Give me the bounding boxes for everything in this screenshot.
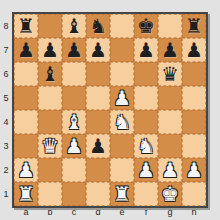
square-f3[interactable]: ♞ <box>134 134 158 158</box>
square-g3[interactable] <box>158 134 182 158</box>
square-a4[interactable] <box>14 110 38 134</box>
square-b1[interactable] <box>38 182 62 206</box>
piece-black-pawn[interactable]: ♟ <box>17 38 35 62</box>
rank-label-5: 5 <box>0 86 12 110</box>
piece-black-pawn[interactable]: ♟ <box>137 38 155 62</box>
piece-black-pawn[interactable]: ♟ <box>161 38 179 62</box>
square-b8[interactable] <box>38 14 62 38</box>
square-g2[interactable]: ♟ <box>158 158 182 182</box>
piece-white-knight[interactable]: ♞ <box>137 134 155 158</box>
square-e7[interactable] <box>110 38 134 62</box>
rank-labels: 87654321 <box>0 14 12 206</box>
square-c8[interactable]: ♝ <box>62 14 86 38</box>
square-e6[interactable] <box>110 62 134 86</box>
square-d5[interactable] <box>86 86 110 110</box>
square-f6[interactable] <box>134 62 158 86</box>
rank-label-6: 6 <box>0 62 12 86</box>
square-b5[interactable] <box>38 86 62 110</box>
piece-black-rook[interactable]: ♜ <box>17 14 35 38</box>
piece-white-pawn[interactable]: ♟ <box>161 158 179 182</box>
rank-label-3: 3 <box>0 134 12 158</box>
piece-black-rook[interactable]: ♜ <box>185 14 203 38</box>
square-g7[interactable]: ♟ <box>158 38 182 62</box>
square-d8[interactable]: ♞ <box>86 14 110 38</box>
square-f4[interactable] <box>134 110 158 134</box>
piece-black-bishop[interactable]: ♝ <box>65 14 83 38</box>
square-h5[interactable] <box>182 86 206 110</box>
piece-white-pawn[interactable]: ♟ <box>17 158 35 182</box>
piece-white-rook[interactable]: ♜ <box>17 182 35 206</box>
piece-black-pawn[interactable]: ♟ <box>89 38 107 62</box>
board-frame: ♜♝♞♚♜♟♟♟♟♟♟♟♝♛♟♝♞♛♟♟♞♟♟♟♟♜♜♚ <box>12 12 208 208</box>
square-h6[interactable] <box>182 62 206 86</box>
piece-white-pawn[interactable]: ♟ <box>137 158 155 182</box>
rank-label-1: 1 <box>0 182 12 206</box>
square-g8[interactable] <box>158 14 182 38</box>
square-a7[interactable]: ♟ <box>14 38 38 62</box>
piece-black-knight[interactable]: ♞ <box>89 14 107 38</box>
piece-white-pawn[interactable]: ♟ <box>113 86 131 110</box>
square-h7[interactable]: ♟ <box>182 38 206 62</box>
square-a1[interactable]: ♜ <box>14 182 38 206</box>
piece-white-pawn[interactable]: ♟ <box>185 158 203 182</box>
square-g4[interactable] <box>158 110 182 134</box>
square-f7[interactable]: ♟ <box>134 38 158 62</box>
piece-white-rook[interactable]: ♜ <box>113 182 131 206</box>
square-c1[interactable] <box>62 182 86 206</box>
square-e5[interactable]: ♟ <box>110 86 134 110</box>
square-c3[interactable]: ♟ <box>62 134 86 158</box>
square-f1[interactable] <box>134 182 158 206</box>
chess-board: ♜♝♞♚♜♟♟♟♟♟♟♟♝♛♟♝♞♛♟♟♞♟♟♟♟♜♜♚ <box>14 14 206 206</box>
square-c7[interactable]: ♟ <box>62 38 86 62</box>
square-d7[interactable]: ♟ <box>86 38 110 62</box>
square-b2[interactable] <box>38 158 62 182</box>
square-d4[interactable] <box>86 110 110 134</box>
square-e1[interactable]: ♜ <box>110 182 134 206</box>
square-a3[interactable] <box>14 134 38 158</box>
square-d2[interactable] <box>86 158 110 182</box>
piece-white-king[interactable]: ♚ <box>161 182 179 206</box>
square-e3[interactable] <box>110 134 134 158</box>
square-a6[interactable] <box>14 62 38 86</box>
square-f8[interactable]: ♚ <box>134 14 158 38</box>
square-a5[interactable] <box>14 86 38 110</box>
piece-white-pawn[interactable]: ♟ <box>65 134 83 158</box>
square-b4[interactable] <box>38 110 62 134</box>
square-h1[interactable] <box>182 182 206 206</box>
square-c5[interactable] <box>62 86 86 110</box>
rank-label-8: 8 <box>0 14 12 38</box>
square-h3[interactable] <box>182 134 206 158</box>
square-h2[interactable]: ♟ <box>182 158 206 182</box>
chess-diagram: 87654321 abcdefgh ♜♝♞♚♜♟♟♟♟♟♟♟♝♛♟♝♞♛♟♟♞♟… <box>0 0 220 220</box>
square-e2[interactable] <box>110 158 134 182</box>
square-g6[interactable]: ♛ <box>158 62 182 86</box>
square-f2[interactable]: ♟ <box>134 158 158 182</box>
piece-black-queen[interactable]: ♛ <box>161 62 179 86</box>
rank-label-2: 2 <box>0 158 12 182</box>
piece-black-pawn[interactable]: ♟ <box>65 38 83 62</box>
square-d6[interactable] <box>86 62 110 86</box>
square-b6[interactable]: ♝ <box>38 62 62 86</box>
piece-black-pawn[interactable]: ♟ <box>89 134 107 158</box>
square-f5[interactable] <box>134 86 158 110</box>
square-g1[interactable]: ♚ <box>158 182 182 206</box>
piece-black-pawn[interactable]: ♟ <box>185 38 203 62</box>
piece-white-knight[interactable]: ♞ <box>113 110 131 134</box>
square-b7[interactable]: ♟ <box>38 38 62 62</box>
square-c6[interactable] <box>62 62 86 86</box>
rank-label-7: 7 <box>0 38 12 62</box>
piece-black-king[interactable]: ♚ <box>137 14 155 38</box>
square-c4[interactable]: ♝ <box>62 110 86 134</box>
square-d3[interactable]: ♟ <box>86 134 110 158</box>
square-g5[interactable] <box>158 86 182 110</box>
piece-black-bishop[interactable]: ♝ <box>41 62 59 86</box>
piece-white-bishop[interactable]: ♝ <box>65 110 83 134</box>
square-h8[interactable]: ♜ <box>182 14 206 38</box>
square-b3[interactable]: ♛ <box>38 134 62 158</box>
square-c2[interactable] <box>62 158 86 182</box>
square-h4[interactable] <box>182 110 206 134</box>
square-a2[interactable]: ♟ <box>14 158 38 182</box>
square-a8[interactable]: ♜ <box>14 14 38 38</box>
square-e8[interactable] <box>110 14 134 38</box>
rank-label-4: 4 <box>0 110 12 134</box>
piece-white-queen[interactable]: ♛ <box>41 134 59 158</box>
square-e4[interactable]: ♞ <box>110 110 134 134</box>
square-d1[interactable] <box>86 182 110 206</box>
piece-black-pawn[interactable]: ♟ <box>41 38 59 62</box>
